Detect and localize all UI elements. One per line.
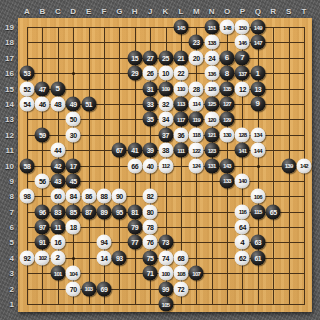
move-number: 103	[85, 286, 93, 292]
white-stone-K14[interactable]: 32	[158, 96, 173, 111]
move-number: 76	[147, 239, 154, 246]
move-number: 8	[225, 69, 229, 77]
white-stone-L16[interactable]: 22	[173, 66, 188, 81]
move-number: 43	[54, 177, 61, 184]
move-number: 105	[162, 301, 170, 307]
white-stone-K16[interactable]: 10	[158, 66, 173, 81]
black-stone-H17[interactable]: 15	[127, 50, 142, 65]
move-number: 38	[162, 147, 169, 154]
move-number: 44	[54, 147, 61, 154]
move-number: 83	[54, 208, 61, 215]
black-stone-J17[interactable]: 27	[143, 50, 158, 65]
black-stone-J4[interactable]: 75	[143, 250, 158, 265]
black-stone-J3[interactable]: 71	[143, 266, 158, 281]
move-number: 51	[85, 100, 92, 107]
black-stone-N10[interactable]: 131	[204, 158, 219, 173]
black-stone-G11[interactable]: 67	[112, 143, 127, 158]
move-number: 148	[223, 24, 231, 30]
black-stone-M3[interactable]: 107	[189, 266, 204, 281]
move-number: 34	[162, 116, 169, 123]
move-number: 12	[239, 85, 246, 92]
move-number: 129	[223, 116, 231, 122]
move-number: 52	[24, 85, 31, 92]
move-number: 41	[131, 147, 138, 154]
move-number: 147	[254, 39, 262, 45]
black-stone-C15[interactable]: 5	[50, 81, 65, 96]
white-stone-J16[interactable]: 26	[143, 66, 158, 81]
black-stone-M18[interactable]: 23	[189, 35, 204, 50]
move-number: 70	[70, 285, 77, 292]
move-number: 29	[131, 70, 138, 77]
move-number: 101	[54, 270, 62, 276]
move-number: 63	[254, 239, 261, 246]
black-stone-N12[interactable]: 121	[204, 127, 219, 142]
white-stone-Q11[interactable]: 144	[250, 143, 265, 158]
black-stone-M13[interactable]: 119	[189, 112, 204, 127]
row-label-13: 13	[5, 115, 14, 124]
move-number: 2	[56, 254, 60, 262]
white-stone-C5[interactable]: 16	[50, 235, 65, 250]
white-stone-P6[interactable]: 64	[235, 220, 250, 235]
black-stone-E14[interactable]: 51	[81, 96, 96, 111]
move-number: 145	[177, 24, 185, 30]
white-stone-F5[interactable]: 94	[96, 235, 111, 250]
black-stone-K1[interactable]: 105	[158, 297, 173, 312]
move-number: 39	[147, 147, 154, 154]
move-number: 77	[131, 239, 138, 246]
black-stone-C6[interactable]: 11	[50, 220, 65, 235]
row-label-5: 5	[10, 238, 14, 247]
move-number: 90	[116, 193, 123, 200]
move-number: 33	[147, 100, 154, 107]
white-stone-F8[interactable]: 88	[96, 189, 111, 204]
row-label-9: 9	[10, 176, 14, 185]
white-stone-K4[interactable]: 74	[158, 250, 173, 265]
move-number: 36	[177, 131, 184, 138]
black-stone-L13[interactable]: 117	[173, 112, 188, 127]
white-stone-J6[interactable]: 78	[143, 220, 158, 235]
move-number: 42	[54, 162, 61, 169]
move-number: 59	[39, 131, 46, 138]
white-stone-F4[interactable]: 14	[96, 250, 111, 265]
move-number: 128	[238, 132, 246, 138]
move-number: 92	[24, 254, 31, 261]
move-number: 120	[208, 116, 216, 122]
white-stone-G8[interactable]: 90	[112, 189, 127, 204]
row-label-19: 19	[5, 23, 14, 32]
black-stone-B7[interactable]: 96	[35, 204, 50, 219]
move-number: 80	[147, 208, 154, 215]
white-stone-L4[interactable]: 68	[173, 250, 188, 265]
move-number: 141	[238, 147, 246, 153]
white-stone-N18[interactable]: 138	[204, 35, 219, 50]
move-number: 115	[254, 209, 262, 215]
move-number: 78	[147, 224, 154, 231]
black-stone-C7[interactable]: 83	[50, 204, 65, 219]
black-stone-K5[interactable]: 73	[158, 235, 173, 250]
white-stone-Q12[interactable]: 134	[250, 127, 265, 142]
white-stone-M12[interactable]: 118	[189, 127, 204, 142]
move-number: 21	[177, 54, 184, 61]
move-number: 74	[162, 254, 169, 261]
row-label-10: 10	[5, 161, 14, 170]
black-stone-F7[interactable]: 89	[96, 204, 111, 219]
move-number: 131	[208, 163, 216, 169]
move-number: 62	[239, 254, 246, 261]
white-stone-B4[interactable]: 102	[35, 250, 50, 265]
column-label-O: O	[224, 7, 230, 16]
row-label-2: 2	[10, 284, 14, 293]
column-label-S: S	[286, 7, 291, 16]
black-stone-K12[interactable]: 37	[158, 127, 173, 142]
move-number: 84	[70, 193, 77, 200]
black-stone-Q16[interactable]: 1	[250, 66, 265, 81]
white-stone-M15[interactable]: 28	[189, 81, 204, 96]
column-label-D: D	[70, 7, 76, 16]
white-stone-D12[interactable]: 30	[66, 127, 81, 142]
white-stone-M14[interactable]: 114	[189, 96, 204, 111]
black-stone-O17[interactable]: 6	[220, 50, 235, 65]
black-stone-P17[interactable]: 7	[235, 50, 250, 65]
move-number: 137	[238, 70, 246, 76]
black-stone-O10[interactable]: 143	[220, 158, 235, 173]
goban-board[interactable]: 1451511481501492313814614715272521202467…	[18, 18, 312, 312]
white-stone-L3[interactable]: 108	[173, 266, 188, 281]
move-number: 37	[162, 131, 169, 138]
black-stone-F2[interactable]: 69	[96, 281, 111, 296]
move-number: 35	[147, 116, 154, 123]
row-label-8: 8	[10, 192, 14, 201]
move-number: 93	[116, 254, 123, 261]
column-label-F: F	[101, 7, 106, 16]
black-stone-P16[interactable]: 137	[235, 66, 250, 81]
black-stone-P11[interactable]: 141	[235, 143, 250, 158]
move-number: 108	[177, 270, 185, 276]
black-stone-A16[interactable]: 53	[20, 66, 35, 81]
white-stone-N15[interactable]: 126	[204, 81, 219, 96]
white-stone-J8[interactable]: 82	[143, 189, 158, 204]
black-stone-D9[interactable]: 45	[66, 173, 81, 188]
column-label-Q: Q	[255, 7, 261, 16]
white-stone-J10[interactable]: 40	[143, 158, 158, 173]
black-stone-K15[interactable]: 109	[158, 81, 173, 96]
move-number: 25	[162, 54, 169, 61]
black-stone-N14[interactable]: 125	[204, 96, 219, 111]
column-label-M: M	[193, 7, 200, 16]
move-number: 126	[208, 86, 216, 92]
column-label-P: P	[240, 7, 245, 16]
white-stone-P19[interactable]: 150	[235, 20, 250, 35]
column-label-H: H	[132, 7, 138, 16]
move-number: 23	[193, 39, 200, 46]
black-stone-Q7[interactable]: 115	[250, 204, 265, 219]
white-stone-P12[interactable]: 128	[235, 127, 250, 142]
white-stone-P18[interactable]: 146	[235, 35, 250, 50]
move-number: 7	[240, 54, 244, 62]
move-number: 117	[177, 116, 185, 122]
row-label-3: 3	[10, 269, 14, 278]
row-label-15: 15	[5, 84, 14, 93]
black-stone-H11[interactable]: 41	[127, 143, 142, 158]
move-number: 86	[85, 193, 92, 200]
white-stone-D2[interactable]: 70	[66, 281, 81, 296]
black-stone-Q5[interactable]: 63	[250, 235, 265, 250]
white-stone-Q8[interactable]: 106	[250, 189, 265, 204]
white-stone-B14[interactable]: 46	[35, 96, 50, 111]
row-label-4: 4	[10, 253, 14, 262]
black-stone-H5[interactable]: 77	[127, 235, 142, 250]
black-stone-J15[interactable]: 31	[143, 81, 158, 96]
white-stone-O19[interactable]: 148	[220, 20, 235, 35]
black-stone-J11[interactable]: 39	[143, 143, 158, 158]
black-stone-L19[interactable]: 145	[173, 20, 188, 35]
black-stone-R7[interactable]: 65	[266, 204, 281, 219]
black-stone-L14[interactable]: 113	[173, 96, 188, 111]
row-label-7: 7	[10, 207, 14, 216]
column-label-E: E	[86, 7, 91, 16]
white-stone-L2[interactable]: 72	[173, 281, 188, 296]
black-stone-O9[interactable]: 133	[220, 173, 235, 188]
black-stone-K17[interactable]: 25	[158, 50, 173, 65]
move-number: 16	[54, 239, 61, 246]
white-stone-J5[interactable]: 76	[143, 235, 158, 250]
row-label-1: 1	[10, 300, 14, 309]
move-number: 124	[192, 163, 200, 169]
move-number: 106	[254, 193, 262, 199]
column-label-J: J	[148, 7, 152, 16]
black-stone-L17[interactable]: 21	[173, 50, 188, 65]
white-stone-P4[interactable]: 62	[235, 250, 250, 265]
column-label-B: B	[39, 7, 45, 16]
move-number: 30	[70, 131, 77, 138]
move-number: 142	[300, 163, 308, 169]
black-stone-C10[interactable]: 42	[50, 158, 65, 173]
black-stone-O14[interactable]: 127	[220, 96, 235, 111]
white-stone-B9[interactable]: 56	[35, 173, 50, 188]
white-stone-K10[interactable]: 112	[158, 158, 173, 173]
black-stone-B12[interactable]: 59	[35, 127, 50, 142]
move-number: 119	[192, 116, 200, 122]
star-point-D4	[72, 257, 75, 260]
white-stone-M17[interactable]: 20	[189, 50, 204, 65]
move-number: 144	[254, 147, 262, 153]
move-number: 89	[101, 208, 108, 215]
column-label-A: A	[24, 7, 30, 16]
move-number: 32	[162, 100, 169, 107]
black-stone-G4[interactable]: 93	[112, 250, 127, 265]
black-stone-H7[interactable]: 81	[127, 204, 142, 219]
move-number: 18	[70, 224, 77, 231]
move-number: 31	[147, 85, 154, 92]
move-number: 113	[177, 101, 185, 107]
white-stone-L12[interactable]: 36	[173, 127, 188, 142]
black-stone-K2[interactable]: 99	[158, 281, 173, 296]
black-stone-E7[interactable]: 87	[81, 204, 96, 219]
move-number: 136	[208, 70, 216, 76]
black-stone-Q18[interactable]: 147	[250, 35, 265, 50]
white-stone-E8[interactable]: 86	[81, 189, 96, 204]
black-stone-A10[interactable]: 58	[20, 158, 35, 173]
black-stone-D14[interactable]: 49	[66, 96, 81, 111]
move-number: 79	[131, 224, 138, 231]
move-number: 102	[38, 255, 46, 261]
move-number: 96	[39, 208, 46, 215]
white-stone-M10[interactable]: 124	[189, 158, 204, 173]
move-number: 123	[208, 147, 216, 153]
move-number: 134	[254, 132, 262, 138]
column-label-R: R	[270, 7, 276, 16]
move-number: 133	[223, 178, 231, 184]
black-stone-Q19[interactable]: 149	[250, 20, 265, 35]
white-stone-N13[interactable]: 120	[204, 112, 219, 127]
move-number: 26	[147, 70, 154, 77]
white-stone-D8[interactable]: 84	[66, 189, 81, 204]
black-stone-B15[interactable]: 47	[35, 81, 50, 96]
move-number: 81	[131, 208, 138, 215]
black-stone-E2[interactable]: 103	[81, 281, 96, 296]
black-stone-C9[interactable]: 43	[50, 173, 65, 188]
black-stone-G7[interactable]: 95	[112, 204, 127, 219]
move-number: 110	[177, 86, 185, 92]
black-stone-Q4[interactable]: 61	[250, 250, 265, 265]
move-number: 87	[85, 208, 92, 215]
white-stone-C11[interactable]: 44	[50, 143, 65, 158]
move-number: 64	[239, 224, 246, 231]
move-number: 138	[208, 39, 216, 45]
move-number: 9	[256, 100, 260, 108]
white-stone-N16[interactable]: 136	[204, 66, 219, 81]
white-stone-P5[interactable]: 4	[235, 235, 250, 250]
move-number: 17	[70, 162, 77, 169]
move-number: 15	[131, 54, 138, 61]
move-number: 48	[54, 100, 61, 107]
column-label-T: T	[302, 7, 307, 16]
move-number: 111	[177, 147, 184, 153]
black-stone-Q14[interactable]: 9	[250, 96, 265, 111]
move-number: 94	[101, 239, 108, 246]
black-stone-H6[interactable]: 79	[127, 220, 142, 235]
move-number: 143	[223, 163, 231, 169]
black-stone-N11[interactable]: 123	[204, 143, 219, 158]
white-stone-A4[interactable]: 92	[20, 250, 35, 265]
move-number: 22	[177, 70, 184, 77]
move-number: 149	[254, 24, 262, 30]
column-label-G: G	[116, 7, 122, 16]
row-label-12: 12	[5, 130, 14, 139]
move-number: 118	[192, 132, 200, 138]
white-stone-D6[interactable]: 18	[66, 220, 81, 235]
black-stone-B5[interactable]: 91	[35, 235, 50, 250]
move-number: 85	[70, 208, 77, 215]
white-stone-M11[interactable]: 122	[189, 143, 204, 158]
black-stone-B6[interactable]: 97	[35, 220, 50, 235]
move-number: 104	[69, 270, 77, 276]
row-label-11: 11	[6, 146, 14, 155]
white-stone-J7[interactable]: 80	[143, 204, 158, 219]
move-number: 58	[24, 162, 31, 169]
move-number: 122	[192, 147, 200, 153]
black-stone-C3[interactable]: 101	[50, 266, 65, 281]
move-number: 150	[238, 24, 246, 30]
column-label-C: C	[55, 7, 61, 16]
move-number: 60	[54, 193, 61, 200]
move-number: 47	[39, 85, 46, 92]
move-number: 109	[162, 86, 170, 92]
black-stone-D10[interactable]: 17	[66, 158, 81, 173]
white-stone-D3[interactable]: 104	[66, 266, 81, 281]
black-stone-O13[interactable]: 129	[220, 112, 235, 127]
move-number: 112	[162, 163, 170, 169]
white-stone-A14[interactable]: 54	[20, 96, 35, 111]
white-stone-P15[interactable]: 12	[235, 81, 250, 96]
move-number: 151	[208, 24, 216, 30]
move-number: 69	[101, 285, 108, 292]
black-stone-L11[interactable]: 111	[173, 143, 188, 158]
white-stone-T10[interactable]: 142	[297, 158, 312, 173]
move-number: 24	[208, 54, 215, 61]
black-stone-H16[interactable]: 29	[127, 66, 142, 81]
move-number: 46	[39, 100, 46, 107]
white-stone-C8[interactable]: 60	[50, 189, 65, 204]
black-stone-J14[interactable]: 33	[143, 96, 158, 111]
row-label-14: 14	[5, 99, 14, 108]
white-stone-H10[interactable]: 66	[127, 158, 142, 173]
white-stone-K11[interactable]: 38	[158, 143, 173, 158]
black-stone-D7[interactable]: 85	[66, 204, 81, 219]
row-label-18: 18	[5, 38, 14, 47]
white-stone-P7[interactable]: 116	[235, 204, 250, 219]
move-number: 20	[193, 54, 200, 61]
white-stone-P9[interactable]: 140	[235, 173, 250, 188]
white-stone-K13[interactable]: 34	[158, 112, 173, 127]
black-stone-O15[interactable]: 135	[220, 81, 235, 96]
move-number: 82	[147, 193, 154, 200]
white-stone-O12[interactable]: 130	[220, 127, 235, 142]
black-stone-N19[interactable]: 151	[204, 20, 219, 35]
move-number: 5	[56, 85, 60, 93]
move-number: 68	[177, 254, 184, 261]
column-label-N: N	[209, 7, 215, 16]
white-stone-N17[interactable]: 24	[204, 50, 219, 65]
move-number: 54	[24, 100, 31, 107]
black-stone-J13[interactable]: 35	[143, 112, 158, 127]
move-number: 11	[55, 224, 61, 231]
star-point-D16	[72, 72, 75, 75]
black-stone-S10[interactable]: 139	[281, 158, 296, 173]
move-number: 4	[240, 238, 244, 246]
move-number: 107	[192, 270, 200, 276]
white-stone-D13[interactable]: 50	[66, 112, 81, 127]
move-number: 125	[208, 101, 216, 107]
white-stone-C4[interactable]: 2	[50, 250, 65, 265]
move-number: 95	[116, 208, 123, 215]
white-stone-C14[interactable]: 48	[50, 96, 65, 111]
move-number: 97	[39, 224, 46, 231]
move-number: 53	[24, 70, 31, 77]
move-number: 28	[193, 85, 200, 92]
white-stone-L15[interactable]: 110	[173, 81, 188, 96]
move-number: 27	[147, 54, 154, 61]
white-stone-K3[interactable]: 100	[158, 266, 173, 281]
black-stone-Q15[interactable]: 13	[250, 81, 265, 96]
white-stone-A15[interactable]: 52	[20, 81, 35, 96]
white-stone-A8[interactable]: 98	[20, 189, 35, 204]
move-number: 135	[223, 86, 231, 92]
move-number: 1	[256, 69, 260, 77]
black-stone-O16[interactable]: 8	[220, 66, 235, 81]
move-number: 50	[70, 116, 77, 123]
column-label-L: L	[178, 7, 183, 16]
